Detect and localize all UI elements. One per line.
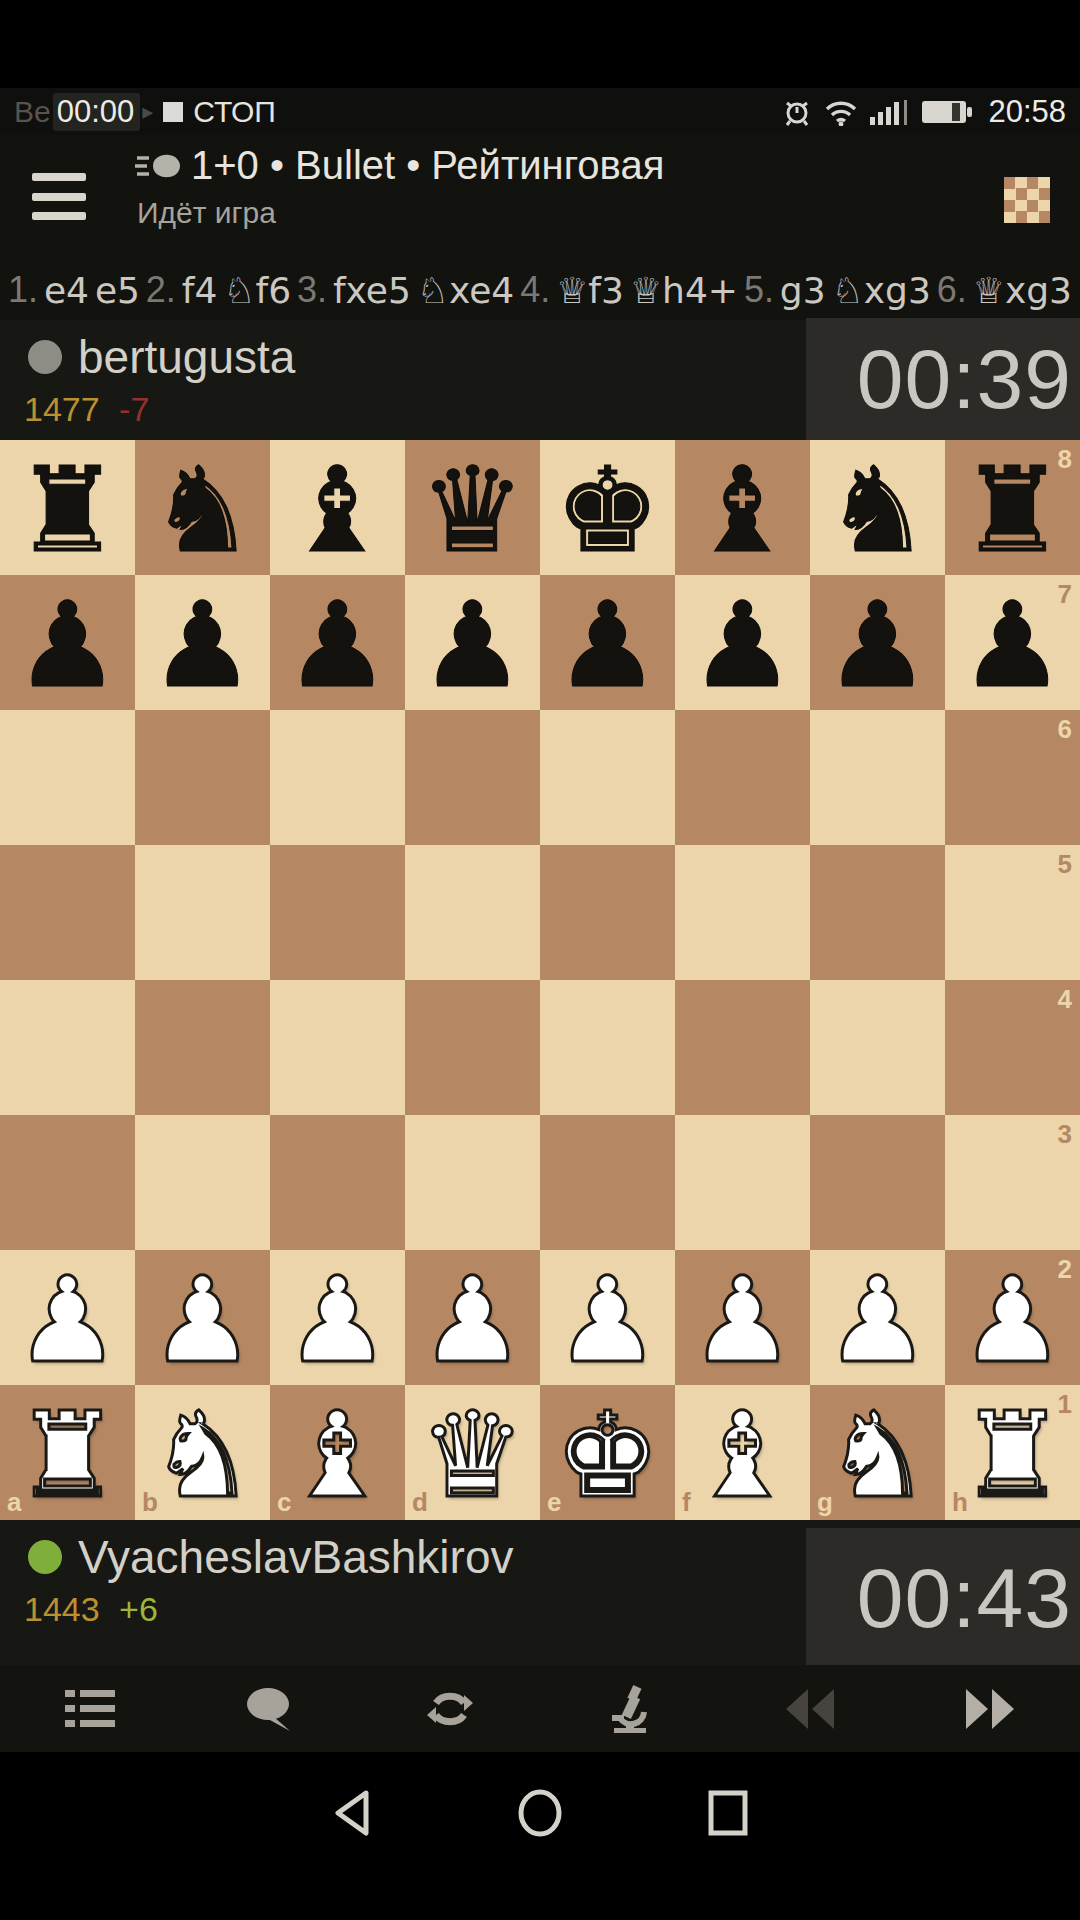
square-f4[interactable] (675, 980, 810, 1115)
black-queen[interactable]: ♛ (420, 451, 526, 569)
alarm-icon (782, 97, 812, 127)
clock-time: 20:58 (988, 94, 1066, 130)
rank-label: 6 (1058, 716, 1072, 742)
player-rating-bottom: 1443 (24, 1590, 100, 1628)
square-b3[interactable] (135, 1115, 270, 1250)
black-knight[interactable]: ♞ (150, 451, 256, 569)
square-g5[interactable] (810, 845, 945, 980)
square-d8[interactable]: ♛ (405, 440, 540, 575)
stop-label: СТОП (193, 95, 276, 129)
square-d6[interactable] (405, 710, 540, 845)
game-title: 1+0 • Bullet • Рейтинговая (191, 143, 664, 188)
analysis-icon (606, 1684, 654, 1734)
black-rook[interactable]: ♜ (960, 451, 1066, 569)
status-bar: Ве 00:00 ▸ СТОП (0, 88, 1080, 135)
square-c3[interactable] (270, 1115, 405, 1250)
rewind-button[interactable] (720, 1665, 900, 1752)
square-f6[interactable] (675, 710, 810, 845)
square-f1[interactable]: ♝f (675, 1385, 810, 1520)
square-e8[interactable]: ♚ (540, 440, 675, 575)
move-number: 6. (937, 269, 967, 311)
square-f2[interactable]: ♟ (675, 1250, 810, 1385)
square-e5[interactable] (540, 845, 675, 980)
move-san[interactable]: e4 (44, 270, 89, 311)
square-d4[interactable] (405, 980, 540, 1115)
square-g6[interactable] (810, 710, 945, 845)
file-label: b (142, 1489, 158, 1515)
square-e1[interactable]: ♚e (540, 1385, 675, 1520)
game-status: Идёт игра (137, 196, 664, 230)
app-header: 1+0 • Bullet • Рейтинговая Идёт игра (0, 135, 1080, 260)
square-a1[interactable]: ♜a (0, 1385, 135, 1520)
chat-button[interactable] (180, 1665, 360, 1752)
black-pawn[interactable]: ♟ (150, 586, 256, 704)
recorder-stop-button[interactable]: СТОП (163, 95, 276, 129)
recorder-app-label: Ве (14, 95, 51, 129)
analysis-button[interactable] (540, 1665, 720, 1752)
black-bishop[interactable]: ♝ (285, 451, 391, 569)
square-g4[interactable] (810, 980, 945, 1115)
move-san[interactable]: f4 (182, 270, 218, 311)
square-b7[interactable]: ♟ (135, 575, 270, 710)
menu-icon[interactable] (32, 173, 86, 220)
forward-icon (964, 1689, 1016, 1729)
wifi-icon (824, 98, 858, 126)
white-pawn[interactable]: ♟ (420, 1261, 526, 1379)
forward-button[interactable] (900, 1665, 1080, 1752)
flip-board-button[interactable] (360, 1665, 540, 1752)
bullet-icon (135, 146, 181, 186)
rank-label: 2 (1058, 1256, 1072, 1282)
recorder-timer: 00:00 (53, 93, 141, 131)
move-san[interactable]: e5 (95, 270, 140, 311)
square-b6[interactable] (135, 710, 270, 845)
player-name-bottom[interactable]: VyacheslavBashkirov (78, 1530, 514, 1584)
phone-screen: { "game": "chess", "position": { "fen_di… (0, 0, 1080, 1920)
square-c1[interactable]: ♝c (270, 1385, 405, 1520)
move-list[interactable]: 1.e4e52.f4♘f63.fxe5♘xe44.♕f3♕h4+5.g3♘xg3… (0, 260, 1080, 320)
black-pawn[interactable]: ♟ (420, 586, 526, 704)
file-label: h (952, 1489, 968, 1515)
square-f3[interactable] (675, 1115, 810, 1250)
square-h8[interactable]: ♜8 (945, 440, 1080, 575)
file-label: f (682, 1489, 691, 1515)
black-pawn[interactable]: ♟ (285, 586, 391, 704)
game-toolbar (0, 1665, 1080, 1752)
move-san[interactable]: ♕f3 (556, 270, 624, 311)
square-c6[interactable] (270, 710, 405, 845)
square-h4[interactable]: 4 (945, 980, 1080, 1115)
black-knight[interactable]: ♞ (825, 451, 931, 569)
move-san[interactable]: ♘xe4 (417, 270, 515, 311)
clock-top: 00:39 (806, 318, 1080, 440)
square-h5[interactable]: 5 (945, 845, 1080, 980)
square-c2[interactable]: ♟ (270, 1250, 405, 1385)
mini-board-icon[interactable] (1004, 177, 1050, 223)
square-a3[interactable] (0, 1115, 135, 1250)
rank-label: 5 (1058, 851, 1072, 877)
file-label: c (277, 1489, 291, 1515)
square-a4[interactable] (0, 980, 135, 1115)
square-d3[interactable] (405, 1115, 540, 1250)
square-c5[interactable] (270, 845, 405, 980)
chess-board[interactable]: ♜♞♝♛♚♝♞♜8♟♟♟♟♟♟♟♟76543♟♟♟♟♟♟♟♟2♜a♞b♝c♛d♚… (0, 440, 1080, 1520)
move-number: 3. (297, 269, 327, 311)
move-san[interactable]: ♕xg3 (973, 270, 1072, 311)
move-san[interactable]: g3 (780, 270, 826, 311)
square-c7[interactable]: ♟ (270, 575, 405, 710)
square-a6[interactable] (0, 710, 135, 845)
recorder-caret-icon: ▸ (142, 99, 153, 125)
signal-icon (870, 98, 910, 126)
home-icon[interactable] (517, 1788, 563, 1838)
move-san[interactable]: ♘f6 (223, 270, 291, 311)
move-number: 4. (520, 269, 550, 311)
android-nav-bar (0, 1752, 1080, 1920)
square-g3[interactable] (810, 1115, 945, 1250)
square-h7[interactable]: ♟7 (945, 575, 1080, 710)
rewind-icon (784, 1689, 836, 1729)
white-king[interactable]: ♚ (555, 1396, 661, 1514)
battery-icon (922, 99, 972, 125)
rank-label: 1 (1058, 1391, 1072, 1417)
black-pawn[interactable]: ♟ (960, 586, 1066, 704)
white-rook[interactable]: ♜ (15, 1396, 121, 1514)
file-label: e (547, 1489, 561, 1515)
square-h3[interactable]: 3 (945, 1115, 1080, 1250)
square-e7[interactable]: ♟ (540, 575, 675, 710)
white-bishop[interactable]: ♝ (690, 1396, 796, 1514)
white-knight[interactable]: ♞ (825, 1396, 931, 1514)
square-b1[interactable]: ♞b (135, 1385, 270, 1520)
chat-icon (244, 1685, 296, 1733)
square-f7[interactable]: ♟ (675, 575, 810, 710)
white-pawn[interactable]: ♟ (690, 1261, 796, 1379)
black-pawn[interactable]: ♟ (15, 586, 121, 704)
black-pawn[interactable]: ♟ (555, 586, 661, 704)
square-a8[interactable]: ♜ (0, 440, 135, 575)
square-f8[interactable]: ♝ (675, 440, 810, 575)
square-e2[interactable]: ♟ (540, 1250, 675, 1385)
black-pawn[interactable]: ♟ (690, 586, 796, 704)
white-pawn[interactable]: ♟ (285, 1261, 391, 1379)
square-h2[interactable]: ♟2 (945, 1250, 1080, 1385)
square-h6[interactable]: 6 (945, 710, 1080, 845)
square-b8[interactable]: ♞ (135, 440, 270, 575)
move-number: 2. (146, 269, 176, 311)
white-pawn[interactable]: ♟ (15, 1261, 121, 1379)
white-rook[interactable]: ♜ (960, 1396, 1066, 1514)
player-rating-diff-bottom: +6 (119, 1590, 158, 1628)
square-g7[interactable]: ♟ (810, 575, 945, 710)
black-rook[interactable]: ♜ (15, 451, 121, 569)
white-queen[interactable]: ♛ (420, 1396, 526, 1514)
white-knight[interactable]: ♞ (150, 1396, 256, 1514)
rank-label: 3 (1058, 1121, 1072, 1147)
white-pawn[interactable]: ♟ (555, 1261, 661, 1379)
file-label: d (412, 1489, 428, 1515)
square-c8[interactable]: ♝ (270, 440, 405, 575)
player-status-dot (28, 340, 62, 374)
moves-list-button[interactable] (0, 1665, 180, 1752)
moves-list-icon (65, 1688, 115, 1730)
file-label: g (817, 1489, 833, 1515)
square-d1[interactable]: ♛d (405, 1385, 540, 1520)
back-icon[interactable] (330, 1788, 374, 1838)
square-g8[interactable]: ♞ (810, 440, 945, 575)
square-a7[interactable]: ♟ (0, 575, 135, 710)
player-rating-top: 1477 (24, 390, 100, 428)
player-status-dot (28, 1540, 62, 1574)
square-d2[interactable]: ♟ (405, 1250, 540, 1385)
black-pawn[interactable]: ♟ (825, 586, 931, 704)
white-bishop[interactable]: ♝ (285, 1396, 391, 1514)
move-san[interactable]: ♕h4+ (630, 270, 738, 311)
square-c4[interactable] (270, 980, 405, 1115)
square-e6[interactable] (540, 710, 675, 845)
square-e3[interactable] (540, 1115, 675, 1250)
stop-square-icon (163, 102, 183, 122)
file-label: a (7, 1489, 21, 1515)
black-bishop[interactable]: ♝ (690, 451, 796, 569)
square-g1[interactable]: ♞g (810, 1385, 945, 1520)
square-h1[interactable]: ♜1h (945, 1385, 1080, 1520)
move-san[interactable]: fxe5 (333, 270, 411, 311)
player-name-top[interactable]: bertugusta (78, 330, 295, 384)
recents-icon[interactable] (706, 1788, 750, 1838)
white-pawn[interactable]: ♟ (825, 1261, 931, 1379)
move-number: 5. (744, 269, 774, 311)
square-d5[interactable] (405, 845, 540, 980)
square-b2[interactable]: ♟ (135, 1250, 270, 1385)
flip-board-icon (426, 1685, 474, 1733)
square-e4[interactable] (540, 980, 675, 1115)
square-g2[interactable]: ♟ (810, 1250, 945, 1385)
rank-label: 7 (1058, 581, 1072, 607)
square-b5[interactable] (135, 845, 270, 980)
square-f5[interactable] (675, 845, 810, 980)
square-b4[interactable] (135, 980, 270, 1115)
white-pawn[interactable]: ♟ (960, 1261, 1066, 1379)
clock-bottom: 00:43 (806, 1528, 1080, 1668)
move-number: 1. (8, 269, 38, 311)
black-king[interactable]: ♚ (555, 451, 661, 569)
player-row-top: bertugusta 1477 -7 00:39 (0, 320, 1080, 440)
move-san[interactable]: ♘xg3 (831, 270, 930, 311)
square-a5[interactable] (0, 845, 135, 980)
rank-label: 4 (1058, 986, 1072, 1012)
square-d7[interactable]: ♟ (405, 575, 540, 710)
player-row-bottom: VyacheslavBashkirov 1443 +6 00:43 (0, 1520, 1080, 1665)
white-pawn[interactable]: ♟ (150, 1261, 256, 1379)
square-a2[interactable]: ♟ (0, 1250, 135, 1385)
player-rating-diff-top: -7 (119, 390, 149, 428)
rank-label: 8 (1058, 446, 1072, 472)
